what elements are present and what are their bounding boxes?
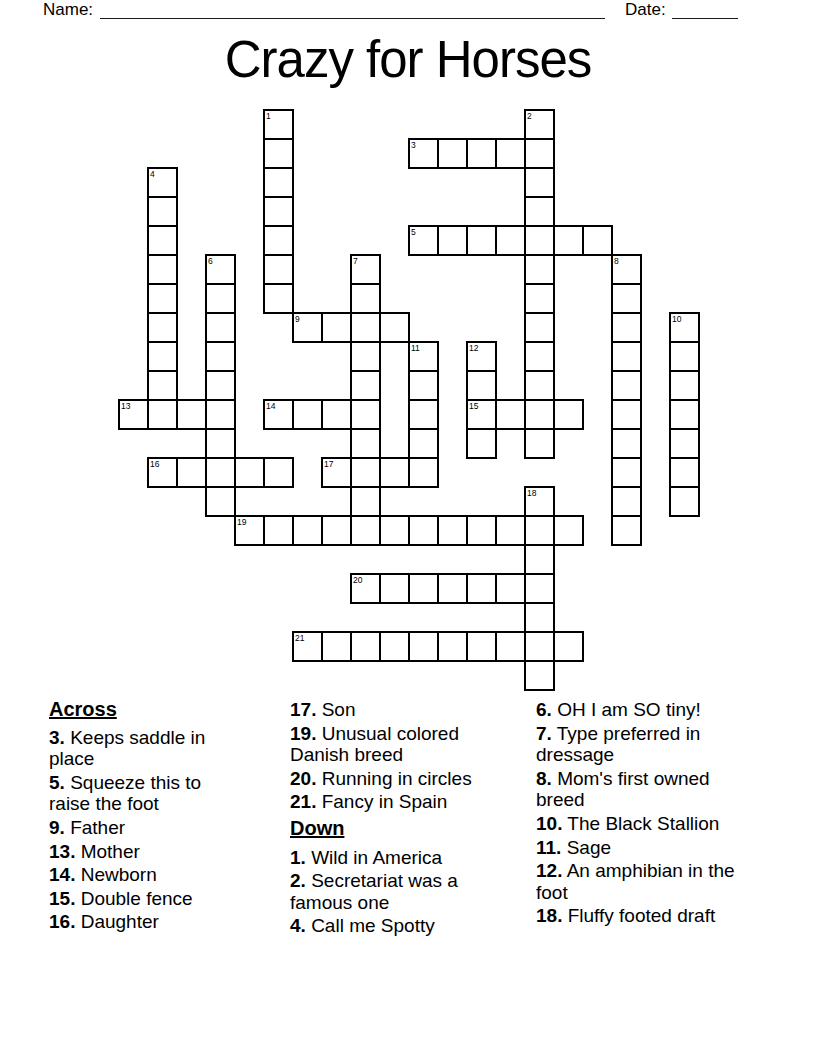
across-clue-13: 13. Mother bbox=[49, 841, 235, 863]
cell-r8c10[interactable] bbox=[409, 342, 438, 371]
cell-r6c1[interactable] bbox=[148, 284, 177, 313]
down-clue-7: 7. Type preferred in dressage bbox=[536, 723, 742, 766]
cell-r16c14[interactable] bbox=[525, 574, 554, 603]
cell-r1c13[interactable] bbox=[496, 139, 525, 168]
cell-r10c19[interactable] bbox=[670, 400, 699, 429]
across-clue-number-13: 13. bbox=[49, 841, 75, 862]
cell-r5c1[interactable] bbox=[148, 255, 177, 284]
cell-r10c6[interactable] bbox=[293, 400, 322, 429]
across-clue-number-17: 17. bbox=[290, 699, 316, 720]
cell-r5c5[interactable] bbox=[264, 255, 293, 284]
cell-r10c5[interactable] bbox=[264, 400, 293, 429]
across-clue-3: 3. Keeps saddle in place bbox=[49, 727, 235, 770]
cell-r4c12[interactable] bbox=[467, 226, 496, 255]
cell-r11c14[interactable] bbox=[525, 429, 554, 458]
cell-r14c13[interactable] bbox=[496, 516, 525, 545]
cell-r13c3[interactable] bbox=[206, 487, 235, 516]
cell-r14c15[interactable] bbox=[554, 516, 583, 545]
name-fill-line[interactable] bbox=[100, 18, 605, 19]
page-title: Crazy for Horses bbox=[0, 30, 816, 89]
down-clue-8: 8. Mom's first owned breed bbox=[536, 768, 742, 811]
down-clue-6: 6. OH I am SO tiny! bbox=[536, 699, 742, 721]
cell-r16c8[interactable] bbox=[351, 574, 380, 603]
cell-r18c11[interactable] bbox=[438, 632, 467, 661]
cell-r6c14[interactable] bbox=[525, 284, 554, 313]
cell-r12c1[interactable] bbox=[148, 458, 177, 487]
across-clue-15: 15. Double fence bbox=[49, 888, 235, 910]
across-clue-16: 16. Daughter bbox=[49, 911, 235, 933]
cell-r13c14[interactable] bbox=[525, 487, 554, 516]
clue-column-1: Across3. Keeps saddle in place5. Squeeze… bbox=[49, 699, 235, 935]
across-clue-21: 21. Fancy in Spain bbox=[290, 791, 506, 813]
cell-r14c7[interactable] bbox=[322, 516, 351, 545]
down-clue-number-6: 6. bbox=[536, 699, 552, 720]
cell-r5c8[interactable] bbox=[351, 255, 380, 284]
cell-r10c3[interactable] bbox=[206, 400, 235, 429]
cell-r18c9[interactable] bbox=[380, 632, 409, 661]
across-clue-number-19: 19. bbox=[290, 723, 316, 744]
cell-r4c13[interactable] bbox=[496, 226, 525, 255]
cell-r9c1[interactable] bbox=[148, 371, 177, 400]
cell-r9c3[interactable] bbox=[206, 371, 235, 400]
cell-r12c2[interactable] bbox=[177, 458, 206, 487]
cell-r2c5[interactable] bbox=[264, 168, 293, 197]
cell-r16c13[interactable] bbox=[496, 574, 525, 603]
cell-r8c3[interactable] bbox=[206, 342, 235, 371]
cell-r2c1[interactable] bbox=[148, 168, 177, 197]
cell-r7c3[interactable] bbox=[206, 313, 235, 342]
cell-r4c10[interactable] bbox=[409, 226, 438, 255]
cell-r1c12[interactable] bbox=[467, 139, 496, 168]
cell-r9c10[interactable] bbox=[409, 371, 438, 400]
cell-r6c5[interactable] bbox=[264, 284, 293, 313]
cell-r11c10[interactable] bbox=[409, 429, 438, 458]
cell-r7c9[interactable] bbox=[380, 313, 409, 342]
across-clue-5: 5. Squeeze this to raise the foot bbox=[49, 772, 235, 815]
across-clue-number-5: 5. bbox=[49, 772, 65, 793]
cell-r14c6[interactable] bbox=[293, 516, 322, 545]
cell-r3c5[interactable] bbox=[264, 197, 293, 226]
cell-r10c13[interactable] bbox=[496, 400, 525, 429]
cell-r7c1[interactable] bbox=[148, 313, 177, 342]
across-clue-19: 19. Unusual colored Danish breed bbox=[290, 723, 506, 766]
cell-r12c5[interactable] bbox=[264, 458, 293, 487]
cell-r7c6[interactable] bbox=[293, 313, 322, 342]
cell-r16c10[interactable] bbox=[409, 574, 438, 603]
down-clue-number-7: 7. bbox=[536, 723, 552, 744]
cell-r6c3[interactable] bbox=[206, 284, 235, 313]
cell-r14c9[interactable] bbox=[380, 516, 409, 545]
cell-r12c8[interactable] bbox=[351, 458, 380, 487]
cell-r16c12[interactable] bbox=[467, 574, 496, 603]
cell-r10c17[interactable] bbox=[612, 400, 641, 429]
worksheet-page: { "game": "crossword", "header": { "name… bbox=[0, 0, 816, 1056]
across-clue-number-3: 3. bbox=[49, 727, 65, 748]
cell-r8c1[interactable] bbox=[148, 342, 177, 371]
date-label: Date: bbox=[625, 0, 666, 20]
cell-r16c11[interactable] bbox=[438, 574, 467, 603]
cell-r7c14[interactable] bbox=[525, 313, 554, 342]
cell-r14c4[interactable] bbox=[235, 516, 264, 545]
cell-r15c14[interactable] bbox=[525, 545, 554, 574]
cell-r0c5[interactable] bbox=[264, 110, 293, 139]
cell-r12c9[interactable] bbox=[380, 458, 409, 487]
cell-r14c8[interactable] bbox=[351, 516, 380, 545]
across-clue-number-21: 21. bbox=[290, 791, 316, 812]
cell-r1c5[interactable] bbox=[264, 139, 293, 168]
cell-r11c8[interactable] bbox=[351, 429, 380, 458]
cell-r2c14[interactable] bbox=[525, 168, 554, 197]
cell-r10c12[interactable] bbox=[467, 400, 496, 429]
cell-r1c10[interactable] bbox=[409, 139, 438, 168]
cell-r12c4[interactable] bbox=[235, 458, 264, 487]
cell-r3c1[interactable] bbox=[148, 197, 177, 226]
cell-r3c14[interactable] bbox=[525, 197, 554, 226]
cell-r9c12[interactable] bbox=[467, 371, 496, 400]
across-clue-number-20: 20. bbox=[290, 768, 316, 789]
clue-column-2: 17. Son19. Unusual colored Danish breed2… bbox=[290, 699, 506, 939]
cell-r12c17[interactable] bbox=[612, 458, 641, 487]
cell-r16c9[interactable] bbox=[380, 574, 409, 603]
cell-r10c10[interactable] bbox=[409, 400, 438, 429]
cell-r7c8[interactable] bbox=[351, 313, 380, 342]
cell-r10c15[interactable] bbox=[554, 400, 583, 429]
cell-r9c17[interactable] bbox=[612, 371, 641, 400]
cell-r7c19[interactable] bbox=[670, 313, 699, 342]
across-clue-9: 9. Father bbox=[49, 817, 235, 839]
cell-r9c19[interactable] bbox=[670, 371, 699, 400]
across-clue-17: 17. Son bbox=[290, 699, 506, 721]
cell-r18c8[interactable] bbox=[351, 632, 380, 661]
down-clue-12: 12. An amphibian in the foot bbox=[536, 860, 742, 903]
cell-r10c1[interactable] bbox=[148, 400, 177, 429]
cell-r8c12[interactable] bbox=[467, 342, 496, 371]
cell-r6c8[interactable] bbox=[351, 284, 380, 313]
clue-column-3: 6. OH I am SO tiny!7. Type preferred in … bbox=[536, 699, 742, 929]
cell-r5c3[interactable] bbox=[206, 255, 235, 284]
down-clue-number-11: 11. bbox=[536, 837, 561, 858]
cell-r12c3[interactable] bbox=[206, 458, 235, 487]
cell-r8c17[interactable] bbox=[612, 342, 641, 371]
cell-r11c19[interactable] bbox=[670, 429, 699, 458]
across-clue-number-9: 9. bbox=[49, 817, 65, 838]
cell-r1c14[interactable] bbox=[525, 139, 554, 168]
cell-r18c15[interactable] bbox=[554, 632, 583, 661]
cell-r9c14[interactable] bbox=[525, 371, 554, 400]
cell-r5c14[interactable] bbox=[525, 255, 554, 284]
down-clue-2: 2. Secretariat was a famous one bbox=[290, 870, 506, 913]
cell-r4c16[interactable] bbox=[583, 226, 612, 255]
cell-r4c5[interactable] bbox=[264, 226, 293, 255]
cell-r14c14[interactable] bbox=[525, 516, 554, 545]
cell-r1c11[interactable] bbox=[438, 139, 467, 168]
cell-r18c14[interactable] bbox=[525, 632, 554, 661]
cell-r14c12[interactable] bbox=[467, 516, 496, 545]
cell-r14c10[interactable] bbox=[409, 516, 438, 545]
down-clue-number-1: 1. bbox=[290, 847, 306, 868]
cell-r5c17[interactable] bbox=[612, 255, 641, 284]
cell-r8c19[interactable] bbox=[670, 342, 699, 371]
down-clue-18: 18. Fluffy footed draft bbox=[536, 905, 742, 927]
down-clue-10: 10. The Black Stallion bbox=[536, 813, 742, 835]
across-clue-14: 14. Newborn bbox=[49, 864, 235, 886]
cell-r6c17[interactable] bbox=[612, 284, 641, 313]
cell-r10c8[interactable] bbox=[351, 400, 380, 429]
across-clue-number-16: 16. bbox=[49, 911, 75, 932]
cell-r10c7[interactable] bbox=[322, 400, 351, 429]
across-heading: Across bbox=[49, 699, 235, 721]
down-heading: Down bbox=[290, 818, 506, 840]
cell-r11c17[interactable] bbox=[612, 429, 641, 458]
cell-r4c15[interactable] bbox=[554, 226, 583, 255]
cell-r18c13[interactable] bbox=[496, 632, 525, 661]
cell-r10c0[interactable] bbox=[119, 400, 148, 429]
cell-r18c10[interactable] bbox=[409, 632, 438, 661]
crossword-grid: 359131415161719202112467810111218 bbox=[119, 110, 701, 692]
cell-r12c7[interactable] bbox=[322, 458, 351, 487]
down-clue-4: 4. Call me Spotty bbox=[290, 915, 506, 937]
cell-r14c5[interactable] bbox=[264, 516, 293, 545]
cell-r11c12[interactable] bbox=[467, 429, 496, 458]
cell-r18c7[interactable] bbox=[322, 632, 351, 661]
cell-r12c10[interactable] bbox=[409, 458, 438, 487]
across-clue-20: 20. Running in circles bbox=[290, 768, 506, 790]
cell-r18c6[interactable] bbox=[293, 632, 322, 661]
cell-r11c3[interactable] bbox=[206, 429, 235, 458]
cell-r19c14[interactable] bbox=[525, 661, 554, 690]
cell-r4c11[interactable] bbox=[438, 226, 467, 255]
down-clue-number-18: 18. bbox=[536, 905, 562, 926]
down-clue-number-12: 12. bbox=[536, 860, 562, 881]
across-clue-number-14: 14. bbox=[49, 864, 75, 885]
cell-r13c8[interactable] bbox=[351, 487, 380, 516]
cell-r8c8[interactable] bbox=[351, 342, 380, 371]
cell-r17c14[interactable] bbox=[525, 603, 554, 632]
down-clue-number-4: 4. bbox=[290, 915, 306, 936]
cell-r4c14[interactable] bbox=[525, 226, 554, 255]
cell-r12c19[interactable] bbox=[670, 458, 699, 487]
across-clue-number-15: 15. bbox=[49, 888, 75, 909]
cell-r13c19[interactable] bbox=[670, 487, 699, 516]
down-clue-1: 1. Wild in America bbox=[290, 847, 506, 869]
date-fill-line[interactable] bbox=[672, 18, 738, 19]
cell-r7c7[interactable] bbox=[322, 313, 351, 342]
down-clue-number-10: 10. bbox=[536, 813, 562, 834]
cell-r7c17[interactable] bbox=[612, 313, 641, 342]
down-clue-11: 11. Sage bbox=[536, 837, 742, 859]
cell-r14c17[interactable] bbox=[612, 516, 641, 545]
cell-r4c1[interactable] bbox=[148, 226, 177, 255]
cell-r10c2[interactable] bbox=[177, 400, 206, 429]
down-clue-number-2: 2. bbox=[290, 870, 306, 891]
cell-r10c14[interactable] bbox=[525, 400, 554, 429]
name-label: Name: bbox=[43, 0, 93, 20]
cell-r13c17[interactable] bbox=[612, 487, 641, 516]
cell-r0c14[interactable] bbox=[525, 110, 554, 139]
cell-r8c14[interactable] bbox=[525, 342, 554, 371]
cell-r14c11[interactable] bbox=[438, 516, 467, 545]
cell-r18c12[interactable] bbox=[467, 632, 496, 661]
down-clue-number-8: 8. bbox=[536, 768, 552, 789]
cell-r9c8[interactable] bbox=[351, 371, 380, 400]
